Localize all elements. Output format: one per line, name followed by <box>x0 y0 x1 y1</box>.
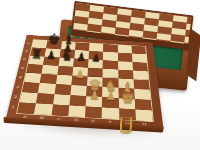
square-b1 <box>34 103 53 115</box>
board-grid: ♚♝♟♜♟♞♟♟♟♛♞♝♟♟♚ <box>17 40 153 122</box>
rank-label-3: 3 <box>14 82 23 92</box>
square-c4 <box>56 75 73 85</box>
square-e1 <box>85 106 102 118</box>
square-b2 <box>36 93 54 104</box>
square-c1 <box>51 104 69 116</box>
product-photo-stage: ♟♟♟♟♟♟ ♟♟♟♟♟♟♟♟♟♟♟ ♚♝♟♜♟♞♟♟♟♛♞♝♟♟♚ ABCDE… <box>0 0 200 150</box>
rank-label-2: 2 <box>11 91 20 102</box>
square-h2 <box>134 99 151 110</box>
chess-board: ♚♝♟♜♟♞♟♟♟♛♞♝♟♟♚ ABCDEFGH 87654321 <box>6 35 164 129</box>
square-b4 <box>40 74 57 84</box>
rank-label-4: 4 <box>16 72 25 82</box>
square-f2: ♟ <box>102 97 118 108</box>
square-d1 <box>68 105 86 117</box>
square-e2: ♟ <box>86 96 103 107</box>
rank-label-6: 6 <box>21 55 29 64</box>
black-king-b8: ♚ <box>47 30 62 47</box>
square-d2 <box>69 95 86 106</box>
square-h1 <box>135 109 153 121</box>
rank-label-1: 1 <box>8 102 17 113</box>
brass-clasp-icon <box>120 117 133 133</box>
chess-board-area: ♚♝♟♜♟♞♟♟♟♛♞♝♟♟♚ ABCDEFGH 87654321 <box>0 27 177 141</box>
square-a2 <box>20 92 38 103</box>
square-c2 <box>53 94 71 105</box>
black-bishop-c8: ♝ <box>61 31 76 48</box>
square-f1 <box>102 107 119 119</box>
